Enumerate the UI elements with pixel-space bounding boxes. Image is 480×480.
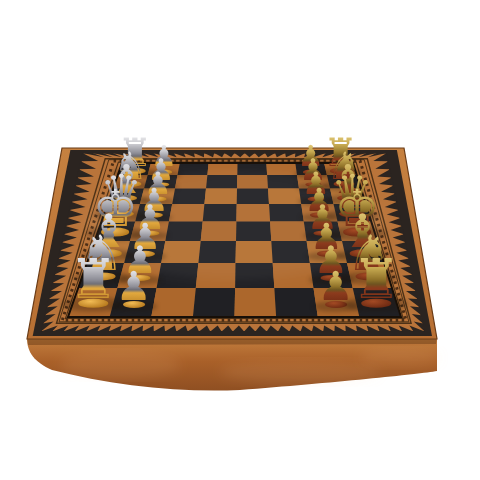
checkerboard — [68, 163, 401, 317]
square-a1 — [118, 163, 151, 175]
square-h2 — [110, 288, 157, 317]
square-a8 — [324, 163, 357, 175]
product-photo-chess-set: ♜♟♟♜♞♟♟♞♝♟♟♝♛♟♟♛♚♟♟♚♝♟♟♝♞♟♟♞♜♟♟♜ — [0, 0, 480, 480]
square-a2 — [148, 163, 180, 175]
board-box-base — [27, 338, 440, 391]
chess-board — [0, 0, 480, 480]
square-h6 — [274, 288, 318, 317]
square-a7 — [295, 163, 327, 175]
square-h7 — [314, 288, 360, 317]
square-h5 — [235, 288, 277, 317]
square-h4 — [193, 288, 235, 317]
square-h3 — [151, 288, 196, 317]
